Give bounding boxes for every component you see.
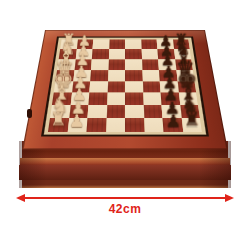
board-square xyxy=(144,118,164,132)
dimension-label: 42cm xyxy=(0,202,250,216)
board-square xyxy=(142,59,159,70)
board-square xyxy=(52,93,72,105)
board-square xyxy=(50,105,70,118)
board-square xyxy=(143,105,162,118)
board-square xyxy=(162,105,182,118)
board-square xyxy=(125,70,142,81)
board-square xyxy=(91,59,108,70)
board-square xyxy=(67,118,87,132)
board-square xyxy=(73,70,91,81)
board-square xyxy=(161,93,180,105)
board-square xyxy=(175,59,193,70)
board-square xyxy=(108,49,125,59)
board-mat: ♜♞♝♛♚♝♞♜♟♟♟♟♟♟♟♟♟♟♟♟♟♟♟♟♜♞♝♛♚♝♞♜ xyxy=(41,36,209,136)
board-square xyxy=(93,39,110,49)
board-square xyxy=(76,39,93,49)
board-square xyxy=(75,49,92,59)
board-square xyxy=(125,39,141,49)
board-square xyxy=(107,81,125,93)
board-square xyxy=(59,49,77,59)
board-square xyxy=(158,59,176,70)
arrow-head-right-icon xyxy=(225,194,234,202)
dimension-arrow xyxy=(24,197,226,199)
board-square xyxy=(159,70,177,81)
board-square xyxy=(106,118,125,132)
board-square xyxy=(141,39,158,49)
board-square xyxy=(69,105,89,118)
board-square xyxy=(173,39,190,49)
board-square xyxy=(108,59,125,70)
board-square xyxy=(163,118,183,132)
board-square xyxy=(92,49,109,59)
board-square xyxy=(90,70,108,81)
board-square xyxy=(72,81,91,93)
board-square xyxy=(86,118,106,132)
board-square xyxy=(89,81,107,93)
board-square xyxy=(106,105,125,118)
board-square xyxy=(48,118,69,132)
board-square xyxy=(174,49,192,59)
board-square xyxy=(57,59,75,70)
board-square xyxy=(142,70,160,81)
board-square xyxy=(109,39,125,49)
board-square xyxy=(125,49,142,59)
board-square xyxy=(70,93,89,105)
board-square xyxy=(54,81,73,93)
board-square xyxy=(141,49,158,59)
board-square xyxy=(178,93,198,105)
board-playing-area: ♜♞♝♛♚♝♞♜♟♟♟♟♟♟♟♟♟♟♟♟♟♟♟♟♜♞♝♛♚♝♞♜ xyxy=(48,39,202,132)
board-square xyxy=(180,105,200,118)
board-square xyxy=(125,118,144,132)
board-square xyxy=(87,105,106,118)
board-square xyxy=(55,70,74,81)
board-square xyxy=(88,93,107,105)
board-square xyxy=(160,81,179,93)
board-square xyxy=(177,81,196,93)
box-clasp xyxy=(27,109,32,118)
board-square xyxy=(125,105,144,118)
board-square xyxy=(125,93,143,105)
product-photo-scene: ♜♞♝♛♚♝♞♜♟♟♟♟♟♟♟♟♟♟♟♟♟♟♟♟♜♞♝♛♚♝♞♜ 42cm xyxy=(0,0,250,250)
chess-box-top: ♜♞♝♛♚♝♞♜♟♟♟♟♟♟♟♟♟♟♟♟♟♟♟♟♜♞♝♛♚♝♞♜ xyxy=(22,30,227,149)
board-square xyxy=(142,81,160,93)
board-square xyxy=(107,93,125,105)
board-square xyxy=(74,59,92,70)
board-square xyxy=(157,39,174,49)
board-square xyxy=(108,70,125,81)
board-square xyxy=(181,118,202,132)
board-square xyxy=(125,81,143,93)
board-square xyxy=(60,39,77,49)
board-square xyxy=(157,49,174,59)
board-square xyxy=(176,70,195,81)
board-square xyxy=(125,59,142,70)
board-square xyxy=(143,93,162,105)
